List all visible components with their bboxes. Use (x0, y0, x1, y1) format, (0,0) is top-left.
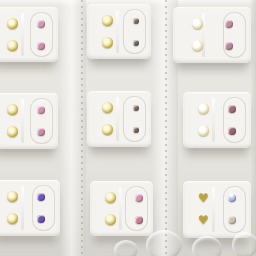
gold-heart-stud: ♥ (198, 214, 210, 226)
stud-tray-bottom-right: ♥♥ (183, 181, 251, 238)
pink-gem-stud (135, 194, 143, 202)
stud-tray-middle-right (183, 92, 251, 148)
gold-stud (102, 124, 113, 135)
gold-stud (198, 103, 209, 114)
pink-gem-stud (37, 128, 45, 136)
dusty-pink-gem-stud (225, 20, 233, 28)
purple-gem-stud (37, 193, 45, 201)
perforation-line (165, 0, 167, 256)
dark-gray-gem-stud (133, 105, 139, 111)
gold-stud (102, 102, 113, 113)
white-gem-stud (228, 216, 236, 224)
gold-stud (102, 15, 113, 26)
gold-stud (7, 18, 18, 29)
gold-stud (192, 18, 203, 29)
stud-tray-top-left (0, 7, 58, 62)
dark-gray-gem-stud (133, 40, 139, 46)
blister-bubble (232, 232, 256, 256)
mauve-gem-stud (228, 127, 236, 135)
light-blue-sparkle-gem-stud (228, 194, 236, 202)
blister-bubble (192, 236, 222, 256)
dark-gray-gem-stud (133, 127, 139, 133)
gold-heart-stud: ♥ (198, 192, 210, 204)
pink-gem-stud (37, 42, 45, 50)
blister-pack-photo: ♥♥ (0, 0, 256, 256)
blister-bubble (114, 240, 138, 256)
gold-stud (102, 37, 113, 48)
gold-stud (7, 126, 18, 137)
dark-gray-gem-stud (133, 18, 139, 24)
gold-stud (105, 192, 116, 203)
gold-stud (192, 40, 203, 51)
stud-tray-top-right (173, 7, 251, 63)
pink-gem-stud (37, 20, 45, 28)
stud-tray-bottom-left (0, 180, 60, 236)
stud-tray-bottom-middle (90, 181, 153, 236)
blister-bubble (146, 230, 182, 256)
mauve-gem-stud (228, 105, 236, 113)
pink-gem-stud (37, 106, 45, 114)
stud-tray-top-middle (87, 4, 151, 59)
gold-stud (198, 125, 209, 136)
gold-stud (7, 104, 18, 115)
stud-tray-middle-middle (87, 91, 151, 147)
purple-gem-stud (37, 215, 45, 223)
perforation-line (81, 0, 83, 256)
gold-stud (7, 213, 18, 224)
dusty-pink-gem-stud (225, 42, 233, 50)
stud-tray-middle-left (0, 93, 58, 149)
rose-gem-stud (135, 216, 143, 224)
gold-stud (105, 214, 116, 225)
gold-stud (7, 191, 18, 202)
gold-stud (7, 40, 18, 51)
